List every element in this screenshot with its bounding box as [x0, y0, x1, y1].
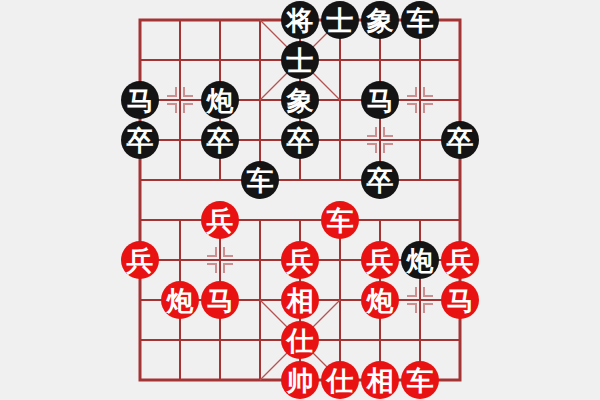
piece-red-pawn[interactable]: 兵 — [361, 241, 399, 279]
piece-red-cannon[interactable]: 炮 — [361, 281, 399, 319]
piece-black-general[interactable]: 将 — [281, 1, 319, 39]
piece-black-pawn[interactable]: 卒 — [121, 121, 159, 159]
xiangqi-board: 将士象车士马炮象马卒卒卒卒车卒兵车兵兵兵炮兵炮马相炮马仕帅仕相车 — [140, 20, 460, 380]
piece-black-pawn[interactable]: 卒 — [281, 121, 319, 159]
piece-red-pawn[interactable]: 兵 — [281, 241, 319, 279]
piece-black-horse[interactable]: 马 — [121, 81, 159, 119]
piece-red-elephant[interactable]: 相 — [361, 361, 399, 399]
piece-black-pawn[interactable]: 卒 — [441, 121, 479, 159]
piece-red-cannon[interactable]: 炮 — [161, 281, 199, 319]
piece-red-general[interactable]: 帅 — [281, 361, 319, 399]
piece-black-elephant[interactable]: 象 — [361, 1, 399, 39]
piece-black-advisor[interactable]: 士 — [321, 1, 359, 39]
piece-red-chariot[interactable]: 车 — [321, 201, 359, 239]
piece-red-pawn[interactable]: 兵 — [201, 201, 239, 239]
piece-black-elephant[interactable]: 象 — [281, 81, 319, 119]
piece-black-advisor[interactable]: 士 — [281, 41, 319, 79]
pieces-layer: 将士象车士马炮象马卒卒卒卒车卒兵车兵兵兵炮兵炮马相炮马仕帅仕相车 — [140, 20, 460, 380]
piece-red-advisor[interactable]: 仕 — [321, 361, 359, 399]
piece-black-horse[interactable]: 马 — [361, 81, 399, 119]
piece-red-advisor[interactable]: 仕 — [281, 321, 319, 359]
piece-red-chariot[interactable]: 车 — [401, 361, 439, 399]
piece-black-cannon[interactable]: 炮 — [201, 81, 239, 119]
piece-red-pawn[interactable]: 兵 — [441, 241, 479, 279]
piece-black-chariot[interactable]: 车 — [241, 161, 279, 199]
piece-black-cannon[interactable]: 炮 — [401, 241, 439, 279]
piece-black-chariot[interactable]: 车 — [401, 1, 439, 39]
piece-black-pawn[interactable]: 卒 — [361, 161, 399, 199]
piece-red-horse[interactable]: 马 — [201, 281, 239, 319]
piece-black-pawn[interactable]: 卒 — [201, 121, 239, 159]
piece-red-pawn[interactable]: 兵 — [121, 241, 159, 279]
piece-red-elephant[interactable]: 相 — [281, 281, 319, 319]
xiangqi-screenshot: 将士象车士马炮象马卒卒卒卒车卒兵车兵兵兵炮兵炮马相炮马仕帅仕相车 — [0, 0, 600, 400]
piece-red-horse[interactable]: 马 — [441, 281, 479, 319]
